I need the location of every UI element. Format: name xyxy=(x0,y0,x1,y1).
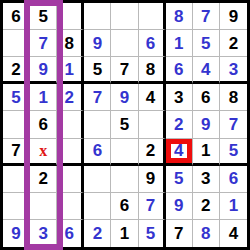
cell-r8c5[interactable]: 6 xyxy=(111,193,138,220)
cell-r7c4[interactable] xyxy=(84,166,111,193)
cell-r8c4[interactable] xyxy=(84,193,111,220)
cell-r5c4[interactable] xyxy=(84,111,111,138)
cell-r7c6[interactable]: 9 xyxy=(139,166,166,193)
cell-r7c5[interactable] xyxy=(111,166,138,193)
cell-r2c2[interactable]: 7 xyxy=(30,30,57,57)
cell-r9c8[interactable]: 8 xyxy=(193,220,220,247)
cell-r8c6[interactable]: 7 xyxy=(139,193,166,220)
cell-r8c9[interactable]: 1 xyxy=(220,193,247,220)
cell-r6c9[interactable]: 5 xyxy=(220,139,247,166)
cell-r6c6[interactable]: 2 xyxy=(139,139,166,166)
cell-r9c3[interactable]: 6 xyxy=(57,220,84,247)
cell-r4c6[interactable]: 4 xyxy=(139,84,166,111)
cell-r5c3[interactable] xyxy=(57,111,84,138)
cell-r3c9[interactable]: 3 xyxy=(220,57,247,84)
cell-r5c1[interactable] xyxy=(3,111,30,138)
cell-r4c9[interactable]: 8 xyxy=(220,84,247,111)
cell-r1c5[interactable] xyxy=(111,3,138,30)
cell-r2c7[interactable]: 1 xyxy=(166,30,193,57)
cell-r7c8[interactable]: 3 xyxy=(193,166,220,193)
cell-r4c8[interactable]: 6 xyxy=(193,84,220,111)
cell-r5c9[interactable]: 7 xyxy=(220,111,247,138)
cell-r1c6[interactable] xyxy=(139,3,166,30)
cell-r6c5[interactable] xyxy=(111,139,138,166)
cell-r5c7[interactable]: 2 xyxy=(166,111,193,138)
cell-r6c2[interactable]: x xyxy=(30,139,57,166)
cell-r5c6[interactable] xyxy=(139,111,166,138)
cell-r8c8[interactable]: 2 xyxy=(193,193,220,220)
cell-r4c5[interactable]: 9 xyxy=(111,84,138,111)
cell-r1c1[interactable]: 6 xyxy=(3,3,30,30)
cell-r9c6[interactable]: 5 xyxy=(139,220,166,247)
cell-r7c3[interactable] xyxy=(57,166,84,193)
cell-r8c7[interactable]: 9 xyxy=(166,193,193,220)
cell-r1c7[interactable]: 8 xyxy=(166,3,193,30)
cell-r7c7[interactable]: 5 xyxy=(166,166,193,193)
cell-r3c5[interactable]: 7 xyxy=(111,57,138,84)
cell-r2c6[interactable]: 6 xyxy=(139,30,166,57)
cell-r5c8[interactable]: 9 xyxy=(193,111,220,138)
cell-r4c3[interactable]: 2 xyxy=(57,84,84,111)
cell-r9c5[interactable]: 1 xyxy=(111,220,138,247)
cell-r3c8[interactable]: 4 xyxy=(193,57,220,84)
cell-r9c2[interactable]: 3 xyxy=(30,220,57,247)
cell-r2c5[interactable] xyxy=(111,30,138,57)
cell-r1c8[interactable]: 7 xyxy=(193,3,220,30)
cell-r9c7[interactable]: 7 xyxy=(166,220,193,247)
cell-r6c7[interactable]: 4 xyxy=(166,139,193,166)
cell-r3c1[interactable]: 2 xyxy=(3,57,30,84)
cell-r6c1[interactable]: 7 xyxy=(3,139,30,166)
cell-r2c9[interactable]: 2 xyxy=(220,30,247,57)
cell-r7c2[interactable]: 2 xyxy=(30,166,57,193)
sudoku-board: 658797896152291578643512794368652977x624… xyxy=(0,0,250,250)
cell-r3c6[interactable]: 8 xyxy=(139,57,166,84)
cell-r3c4[interactable]: 5 xyxy=(84,57,111,84)
cell-r2c8[interactable]: 5 xyxy=(193,30,220,57)
cell-r8c3[interactable] xyxy=(57,193,84,220)
cell-r9c1[interactable]: 9 xyxy=(3,220,30,247)
sudoku-app: 658797896152291578643512794368652977x624… xyxy=(0,0,250,250)
cell-r1c3[interactable] xyxy=(57,3,84,30)
cell-r7c9[interactable]: 6 xyxy=(220,166,247,193)
cell-r2c3[interactable]: 8 xyxy=(57,30,84,57)
cell-r4c1[interactable]: 5 xyxy=(3,84,30,111)
cell-r3c7[interactable]: 6 xyxy=(166,57,193,84)
cell-r2c1[interactable] xyxy=(3,30,30,57)
cell-r7c1[interactable] xyxy=(3,166,30,193)
cell-r9c4[interactable]: 2 xyxy=(84,220,111,247)
cell-r6c4[interactable]: 6 xyxy=(84,139,111,166)
cell-r6c3[interactable] xyxy=(57,139,84,166)
cell-r5c5[interactable]: 5 xyxy=(111,111,138,138)
cell-r4c4[interactable]: 7 xyxy=(84,84,111,111)
cell-r4c2[interactable]: 1 xyxy=(30,84,57,111)
cell-r8c1[interactable] xyxy=(3,193,30,220)
cell-r1c9[interactable]: 9 xyxy=(220,3,247,30)
cell-r6c8[interactable]: 1 xyxy=(193,139,220,166)
cell-r4c7[interactable]: 3 xyxy=(166,84,193,111)
cell-r3c2[interactable]: 9 xyxy=(30,57,57,84)
cell-r1c2[interactable]: 5 xyxy=(30,3,57,30)
cell-r5c2[interactable]: 6 xyxy=(30,111,57,138)
cell-r9c9[interactable]: 4 xyxy=(220,220,247,247)
cell-r3c3[interactable]: 1 xyxy=(57,57,84,84)
cell-r8c2[interactable] xyxy=(30,193,57,220)
cell-r1c4[interactable] xyxy=(84,3,111,30)
cell-r2c4[interactable]: 9 xyxy=(84,30,111,57)
